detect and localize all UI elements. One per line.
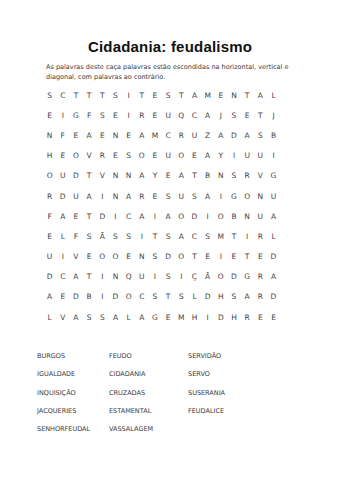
grid-cell-r2c10[interactable]: U (162, 105, 175, 125)
grid-cell-r9c12[interactable]: T (188, 247, 201, 267)
grid-cell-r12c15[interactable]: H (227, 307, 240, 327)
grid-cell-r1c17[interactable]: A (254, 85, 267, 105)
grid-cell-r2c12[interactable]: C (188, 105, 201, 125)
worksheet-page: Cidadania: feudalismo As palavras deste … (0, 0, 340, 480)
grid-cell-r5c10[interactable]: E (162, 166, 175, 186)
grid-cell-r10c13[interactable]: Ã (201, 267, 214, 287)
word-list-item: INQUISIÇÃO (37, 385, 109, 403)
grid-cell-r8c15[interactable]: T (227, 226, 240, 246)
grid-cell-r1c2[interactable]: C (56, 85, 69, 105)
grid-cell-r10c3[interactable]: A (69, 267, 82, 287)
grid-cell-r1c13[interactable]: M (201, 85, 214, 105)
grid-cell-r3c4[interactable]: A (83, 125, 96, 145)
grid-cell-r7c15[interactable]: B (227, 206, 240, 226)
grid-cell-r2c16[interactable]: E (241, 105, 254, 125)
grid-cell-r4c8[interactable]: O (135, 146, 148, 166)
grid-cell-r9c4[interactable]: E (83, 247, 96, 267)
grid-cell-r9c11[interactable]: O (175, 247, 188, 267)
grid-cell-r10c5[interactable]: I (96, 267, 109, 287)
grid-cell-r7c14[interactable]: O (214, 206, 227, 226)
grid-cell-r5c12[interactable]: T (188, 166, 201, 186)
word-list-item: FEUDO (109, 348, 188, 366)
grid-cell-r12c2[interactable]: V (56, 307, 69, 327)
grid-cell-r10c18[interactable]: A (267, 267, 280, 287)
grid-cell-r12c14[interactable]: D (214, 307, 227, 327)
grid-cell-r8c11[interactable]: A (175, 226, 188, 246)
grid-cell-r5c1[interactable]: O (43, 166, 56, 186)
grid-cell-r10c16[interactable]: G (241, 267, 254, 287)
grid-cell-r6c13[interactable]: A (201, 186, 214, 206)
grid-cell-r3c9[interactable]: M (148, 125, 161, 145)
grid-cell-r5c11[interactable]: A (175, 166, 188, 186)
grid-cell-r2c7[interactable]: I (122, 105, 135, 125)
grid-cell-r9c8[interactable]: N (135, 247, 148, 267)
grid-cell-r2c5[interactable]: S (96, 105, 109, 125)
word-list-item: SUSERANIA (188, 385, 303, 403)
grid-cell-r3c17[interactable]: S (254, 125, 267, 145)
grid-cell-r6c12[interactable]: S (188, 186, 201, 206)
grid-cell-r9c2[interactable]: I (56, 247, 69, 267)
grid-cell-r2c13[interactable]: A (201, 105, 214, 125)
grid-cell-r4c10[interactable]: U (162, 146, 175, 166)
grid-cell-r12c10[interactable]: E (162, 307, 175, 327)
grid-cell-r3c3[interactable]: E (69, 125, 82, 145)
grid-cell-r4c16[interactable]: U (241, 146, 254, 166)
instructions-line-2: diagonal, com palavras ao contrário. (46, 73, 288, 83)
grid-cell-r8c1[interactable]: E (43, 226, 56, 246)
grid-cell-r9c14[interactable]: I (214, 247, 227, 267)
grid-cell-r5c3[interactable]: D (69, 166, 82, 186)
grid-cell-r10c2[interactable]: C (56, 267, 69, 287)
grid-cell-r4c12[interactable]: E (188, 146, 201, 166)
grid-cell-r1c6[interactable]: S (109, 85, 122, 105)
grid-cell-r8c17[interactable]: R (254, 226, 267, 246)
grid-cell-r4c7[interactable]: S (122, 146, 135, 166)
grid-cell-r2c15[interactable]: S (227, 105, 240, 125)
grid-cell-r10c8[interactable]: U (135, 267, 148, 287)
grid-cell-r5c13[interactable]: B (201, 166, 214, 186)
grid-cell-r11c12[interactable]: L (188, 287, 201, 307)
word-list-item: ESTAMENTAL (109, 403, 188, 421)
grid-cell-r10c14[interactable]: O (214, 267, 227, 287)
grid-cell-r9c5[interactable]: O (96, 247, 109, 267)
grid-cell-r4c1[interactable]: H (43, 146, 56, 166)
grid-cell-r6c15[interactable]: G (227, 186, 240, 206)
grid-cell-r3c16[interactable]: A (241, 125, 254, 145)
grid-cell-r9c6[interactable]: O (109, 247, 122, 267)
grid-cell-r12c7[interactable]: L (122, 307, 135, 327)
grid-cell-r4c5[interactable]: R (96, 146, 109, 166)
grid-cell-r3c5[interactable]: E (96, 125, 109, 145)
grid-cell-r1c15[interactable]: N (227, 85, 240, 105)
grid-cell-r6c8[interactable]: R (135, 186, 148, 206)
grid-cell-r9c10[interactable]: D (162, 247, 175, 267)
grid-cell-r4c14[interactable]: Y (214, 146, 227, 166)
grid-cell-r7c6[interactable]: I (109, 206, 122, 226)
grid-cell-r9c17[interactable]: E (254, 247, 267, 267)
grid-cell-r4c18[interactable]: I (267, 146, 280, 166)
grid-cell-r3c8[interactable]: A (135, 125, 148, 145)
grid-cell-r11c11[interactable]: S (175, 287, 188, 307)
grid-cell-r5c14[interactable]: N (214, 166, 227, 186)
grid-cell-r5c6[interactable]: N (109, 166, 122, 186)
grid-cell-r7c9[interactable]: I (148, 206, 161, 226)
grid-cell-r10c10[interactable]: S (162, 267, 175, 287)
grid-cell-r11c2[interactable]: E (56, 287, 69, 307)
grid-cell-r4c2[interactable]: E (56, 146, 69, 166)
grid-cell-r6c11[interactable]: U (175, 186, 188, 206)
grid-cell-r7c17[interactable]: U (254, 206, 267, 226)
grid-cell-r12c17[interactable]: E (254, 307, 267, 327)
grid-cell-r12c12[interactable]: H (188, 307, 201, 327)
grid-cell-r4c6[interactable]: E (109, 146, 122, 166)
grid-cell-r7c5[interactable]: D (96, 206, 109, 226)
grid-cell-r6c9[interactable]: E (148, 186, 161, 206)
grid-cell-r12c5[interactable]: S (96, 307, 109, 327)
word-search-grid: SCTTTSITESTAMENTALEIGFSEIREUQCAJSETJNFEA… (43, 85, 280, 327)
word-list-item: SERVIDÃO (188, 348, 303, 366)
grid-cell-r12c4[interactable]: S (83, 307, 96, 327)
grid-cell-r8c4[interactable]: S (83, 226, 96, 246)
grid-cell-r1c12[interactable]: A (188, 85, 201, 105)
grid-cell-r3c2[interactable]: F (56, 125, 69, 145)
grid-cell-r2c9[interactable]: E (148, 105, 161, 125)
grid-cell-r11c3[interactable]: D (69, 287, 82, 307)
grid-cell-r7c7[interactable]: C (122, 206, 135, 226)
grid-cell-r8c18[interactable]: L (267, 226, 280, 246)
grid-cell-r8c9[interactable]: T (148, 226, 161, 246)
grid-cell-r8c12[interactable]: C (188, 226, 201, 246)
grid-cell-r3c14[interactable]: A (214, 125, 227, 145)
grid-cell-r6c3[interactable]: U (69, 186, 82, 206)
grid-cell-r6c10[interactable]: S (162, 186, 175, 206)
word-list-item: IGUALDADE (37, 366, 109, 384)
grid-cell-r7c4[interactable]: T (83, 206, 96, 226)
grid-cell-r1c8[interactable]: T (135, 85, 148, 105)
grid-cell-r3c7[interactable]: E (122, 125, 135, 145)
grid-cell-r1c14[interactable]: E (214, 85, 227, 105)
grid-cell-r11c9[interactable]: S (148, 287, 161, 307)
grid-cell-r8c6[interactable]: S (109, 226, 122, 246)
grid-cell-r4c9[interactable]: E (148, 146, 161, 166)
grid-cell-r10c4[interactable]: T (83, 267, 96, 287)
grid-cell-r3c12[interactable]: U (188, 125, 201, 145)
grid-cell-r7c1[interactable]: F (43, 206, 56, 226)
grid-cell-r6c5[interactable]: I (96, 186, 109, 206)
grid-cell-r3c1[interactable]: N (43, 125, 56, 145)
grid-cell-r7c11[interactable]: O (175, 206, 188, 226)
grid-cell-r4c11[interactable]: O (175, 146, 188, 166)
grid-cell-r7c18[interactable]: A (267, 206, 280, 226)
grid-cell-r2c18[interactable]: J (267, 105, 280, 125)
grid-cell-r3c13[interactable]: Z (201, 125, 214, 145)
grid-cell-r3c10[interactable]: C (162, 125, 175, 145)
grid-cell-r10c17[interactable]: R (254, 267, 267, 287)
grid-cell-r11c1[interactable]: A (43, 287, 56, 307)
grid-cell-r11c18[interactable]: D (267, 287, 280, 307)
grid-cell-r9c15[interactable]: E (227, 247, 240, 267)
grid-cell-r5c17[interactable]: V (254, 166, 267, 186)
page-title: Cidadania: feudalismo (0, 38, 340, 55)
word-list-item: SENHORFEUDAL (37, 421, 109, 439)
grid-cell-r11c13[interactable]: D (201, 287, 214, 307)
grid-cell-r6c17[interactable]: N (254, 186, 267, 206)
grid-cell-r1c16[interactable]: T (241, 85, 254, 105)
grid-cell-r7c10[interactable]: A (162, 206, 175, 226)
grid-cell-r5c9[interactable]: Y (148, 166, 161, 186)
grid-cell-r4c13[interactable]: A (201, 146, 214, 166)
grid-cell-r11c10[interactable]: T (162, 287, 175, 307)
grid-cell-r10c12[interactable]: Ç (188, 267, 201, 287)
grid-cell-r9c1[interactable]: U (43, 247, 56, 267)
grid-cell-r1c7[interactable]: I (122, 85, 135, 105)
grid-cell-r8c2[interactable]: L (56, 226, 69, 246)
grid-cell-r4c17[interactable]: U (254, 146, 267, 166)
grid-cell-r12c3[interactable]: A (69, 307, 82, 327)
grid-cell-r2c8[interactable]: R (135, 105, 148, 125)
word-list: BURGOSFEUDOSERVIDÃOIGUALDADECIDADANIASER… (37, 348, 303, 439)
grid-cell-r8c8[interactable]: I (135, 226, 148, 246)
grid-cell-r1c4[interactable]: T (83, 85, 96, 105)
instructions-line-1: As palavras deste caça palavras estão es… (46, 63, 288, 73)
grid-cell-r7c8[interactable]: A (135, 206, 148, 226)
grid-cell-r1c3[interactable]: T (69, 85, 82, 105)
grid-cell-r10c9[interactable]: I (148, 267, 161, 287)
grid-cell-r5c8[interactable]: A (135, 166, 148, 186)
grid-cell-r11c6[interactable]: D (109, 287, 122, 307)
grid-cell-r8c14[interactable]: M (214, 226, 227, 246)
grid-cell-r8c10[interactable]: S (162, 226, 175, 246)
grid-cell-r1c18[interactable]: L (267, 85, 280, 105)
grid-cell-r9c18[interactable]: D (267, 247, 280, 267)
grid-cell-r3c11[interactable]: R (175, 125, 188, 145)
grid-cell-r8c5[interactable]: Ã (96, 226, 109, 246)
grid-cell-r7c12[interactable]: D (188, 206, 201, 226)
word-list-item: JACQUERIES (37, 403, 109, 421)
grid-cell-r11c15[interactable]: S (227, 287, 240, 307)
grid-cell-r2c1[interactable]: E (43, 105, 56, 125)
grid-cell-r4c15[interactable]: I (227, 146, 240, 166)
grid-cell-r1c9[interactable]: E (148, 85, 161, 105)
grid-cell-r12c1[interactable]: L (43, 307, 56, 327)
grid-cell-r4c4[interactable]: V (83, 146, 96, 166)
word-list-item: FEUDALICE (188, 403, 303, 421)
grid-cell-r12c13[interactable]: I (201, 307, 214, 327)
grid-cell-r6c18[interactable]: U (267, 186, 280, 206)
grid-cell-r2c17[interactable]: T (254, 105, 267, 125)
grid-cell-r10c11[interactable]: I (175, 267, 188, 287)
grid-cell-r12c11[interactable]: M (175, 307, 188, 327)
grid-cell-r10c1[interactable]: D (43, 267, 56, 287)
grid-cell-r8c7[interactable]: S (122, 226, 135, 246)
grid-cell-r6c14[interactable]: I (214, 186, 227, 206)
grid-cell-r12c16[interactable]: R (241, 307, 254, 327)
grid-cell-r9c13[interactable]: E (201, 247, 214, 267)
grid-cell-r10c15[interactable]: D (227, 267, 240, 287)
grid-cell-r3c18[interactable]: B (267, 125, 280, 145)
grid-cell-r6c6[interactable]: N (109, 186, 122, 206)
grid-cell-r5c5[interactable]: V (96, 166, 109, 186)
grid-cell-r6c4[interactable]: A (83, 186, 96, 206)
grid-cell-r6c7[interactable]: A (122, 186, 135, 206)
grid-cell-r7c16[interactable]: N (241, 206, 254, 226)
grid-cell-r9c7[interactable]: E (122, 247, 135, 267)
grid-cell-r6c1[interactable]: R (43, 186, 56, 206)
word-list-item: SERVO (188, 366, 303, 384)
grid-cell-r4c3[interactable]: O (69, 146, 82, 166)
grid-cell-r7c2[interactable]: A (56, 206, 69, 226)
grid-cell-r12c9[interactable]: G (148, 307, 161, 327)
grid-cell-r11c4[interactable]: B (83, 287, 96, 307)
grid-cell-r12c6[interactable]: A (109, 307, 122, 327)
grid-cell-r6c16[interactable]: O (241, 186, 254, 206)
grid-cell-r8c13[interactable]: S (201, 226, 214, 246)
grid-cell-r12c18[interactable]: E (267, 307, 280, 327)
word-list-item: CIDADANIA (109, 366, 188, 384)
grid-cell-r1c10[interactable]: S (162, 85, 175, 105)
grid-cell-r5c4[interactable]: T (83, 166, 96, 186)
grid-cell-r3c6[interactable]: N (109, 125, 122, 145)
grid-cell-r2c11[interactable]: Q (175, 105, 188, 125)
grid-cell-r12c8[interactable]: A (135, 307, 148, 327)
grid-cell-r10c7[interactable]: Q (122, 267, 135, 287)
grid-cell-r7c13[interactable]: I (201, 206, 214, 226)
grid-cell-r5c2[interactable]: U (56, 166, 69, 186)
grid-cell-r11c8[interactable]: C (135, 287, 148, 307)
grid-cell-r1c5[interactable]: T (96, 85, 109, 105)
grid-cell-r2c2[interactable]: I (56, 105, 69, 125)
grid-cell-r10c6[interactable]: N (109, 267, 122, 287)
grid-cell-r8c3[interactable]: F (69, 226, 82, 246)
word-list-item: VASSALAGEM (109, 421, 188, 439)
grid-cell-r5c18[interactable]: G (267, 166, 280, 186)
word-list-item: BURGOS (37, 348, 109, 366)
instructions: As palavras deste caça palavras estão es… (46, 63, 288, 82)
grid-cell-r9c9[interactable]: S (148, 247, 161, 267)
grid-cell-r11c17[interactable]: R (254, 287, 267, 307)
grid-cell-r1c1[interactable]: S (43, 85, 56, 105)
grid-cell-r11c7[interactable]: O (122, 287, 135, 307)
grid-cell-r1c11[interactable]: T (175, 85, 188, 105)
word-list-item: CRUZADAS (109, 385, 188, 403)
grid-cell-r5c16[interactable]: R (241, 166, 254, 186)
grid-cell-r5c15[interactable]: S (227, 166, 240, 186)
grid-cell-r5c7[interactable]: N (122, 166, 135, 186)
grid-cell-r2c6[interactable]: E (109, 105, 122, 125)
grid-cell-r2c4[interactable]: F (83, 105, 96, 125)
grid-cell-r2c3[interactable]: G (69, 105, 82, 125)
grid-cell-r7c3[interactable]: E (69, 206, 82, 226)
grid-cell-r9c16[interactable]: T (241, 247, 254, 267)
grid-cell-r6c2[interactable]: D (56, 186, 69, 206)
grid-cell-r8c16[interactable]: I (241, 226, 254, 246)
grid-cell-r9c3[interactable]: V (69, 247, 82, 267)
grid-cell-r3c15[interactable]: D (227, 125, 240, 145)
grid-cell-r11c5[interactable]: I (96, 287, 109, 307)
grid-cell-r2c14[interactable]: J (214, 105, 227, 125)
grid-cell-r11c14[interactable]: H (214, 287, 227, 307)
grid-cell-r11c16[interactable]: A (241, 287, 254, 307)
